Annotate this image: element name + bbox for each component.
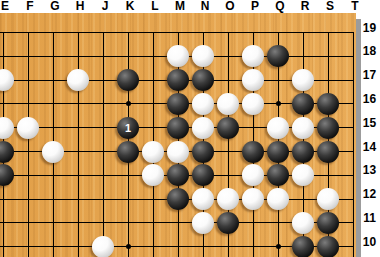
stone-white-N12[interactable] bbox=[192, 188, 214, 210]
row-label-10: 10 bbox=[359, 235, 380, 249]
row-label-15: 15 bbox=[359, 116, 380, 130]
stone-black-S10[interactable] bbox=[317, 236, 339, 257]
stone-white-P17[interactable] bbox=[242, 69, 264, 91]
stone-white-F15[interactable] bbox=[17, 117, 39, 139]
column-label-H: H bbox=[72, 0, 88, 13]
column-label-P: P bbox=[247, 0, 263, 13]
stone-black-K17[interactable] bbox=[117, 69, 139, 91]
stone-white-G14[interactable] bbox=[42, 141, 64, 163]
row-label-17: 17 bbox=[359, 68, 380, 82]
stone-black-R14[interactable] bbox=[292, 141, 314, 163]
column-label-J: J bbox=[97, 0, 113, 13]
stone-white-Q15[interactable] bbox=[267, 117, 289, 139]
row-label-11: 11 bbox=[359, 211, 380, 225]
stone-black-N17[interactable] bbox=[192, 69, 214, 91]
stone-black-M12[interactable] bbox=[167, 188, 189, 210]
star-point bbox=[276, 244, 281, 249]
go-board-screenshot: EFGHJKLMNOPQRST 19181716151413121110 1 bbox=[0, 0, 380, 257]
column-label-F: F bbox=[22, 0, 38, 13]
star-point bbox=[276, 101, 281, 106]
column-label-L: L bbox=[147, 0, 163, 13]
stone-black-S11[interactable] bbox=[317, 212, 339, 234]
column-label-S: S bbox=[322, 0, 338, 13]
stone-white-N16[interactable] bbox=[192, 93, 214, 115]
stone-white-J10[interactable] bbox=[92, 236, 114, 257]
row-label-12: 12 bbox=[359, 187, 380, 201]
column-label-M: M bbox=[172, 0, 188, 13]
stone-white-R15[interactable] bbox=[292, 117, 314, 139]
stone-white-L14[interactable] bbox=[142, 141, 164, 163]
column-label-N: N bbox=[197, 0, 213, 13]
stone-black-O11[interactable] bbox=[217, 212, 239, 234]
stone-black-R16[interactable] bbox=[292, 93, 314, 115]
column-label-K: K bbox=[122, 0, 138, 13]
star-point bbox=[126, 244, 131, 249]
stone-black-K14[interactable] bbox=[117, 141, 139, 163]
stone-white-P12[interactable] bbox=[242, 188, 264, 210]
star-point bbox=[126, 101, 131, 106]
stone-white-N15[interactable] bbox=[192, 117, 214, 139]
grid-line-horizontal bbox=[0, 32, 354, 33]
column-label-Q: Q bbox=[272, 0, 288, 13]
column-label-T: T bbox=[347, 0, 363, 13]
stone-white-N11[interactable] bbox=[192, 212, 214, 234]
stone-black-M15[interactable] bbox=[167, 117, 189, 139]
stone-white-Q12[interactable] bbox=[267, 188, 289, 210]
stone-black-N14[interactable] bbox=[192, 141, 214, 163]
stone-black-S14[interactable] bbox=[317, 141, 339, 163]
stone-black-S16[interactable] bbox=[317, 93, 339, 115]
column-label-R: R bbox=[297, 0, 313, 13]
stone-black-S15[interactable] bbox=[317, 117, 339, 139]
stone-white-H17[interactable] bbox=[67, 69, 89, 91]
stone-black-O15[interactable] bbox=[217, 117, 239, 139]
stone-white-S12[interactable] bbox=[317, 188, 339, 210]
row-label-13: 13 bbox=[359, 163, 380, 177]
stone-black-M16[interactable] bbox=[167, 93, 189, 115]
row-label-18: 18 bbox=[359, 44, 380, 58]
stone-white-O12[interactable] bbox=[217, 188, 239, 210]
column-label-E: E bbox=[0, 0, 13, 13]
move-number-label: 1 bbox=[117, 117, 139, 139]
stone-black-Q14[interactable] bbox=[267, 141, 289, 163]
row-label-16: 16 bbox=[359, 92, 380, 106]
column-label-G: G bbox=[47, 0, 63, 13]
stone-black-K15[interactable]: 1 bbox=[117, 117, 139, 139]
row-label-14: 14 bbox=[359, 140, 380, 154]
stone-black-P14[interactable] bbox=[242, 141, 264, 163]
stone-black-R10[interactable] bbox=[292, 236, 314, 257]
stone-white-R17[interactable] bbox=[292, 69, 314, 91]
column-label-O: O bbox=[222, 0, 238, 13]
stone-black-M17[interactable] bbox=[167, 69, 189, 91]
stone-white-R11[interactable] bbox=[292, 212, 314, 234]
stone-white-P16[interactable] bbox=[242, 93, 264, 115]
stone-white-O16[interactable] bbox=[217, 93, 239, 115]
row-label-19: 19 bbox=[359, 21, 380, 35]
stone-white-M14[interactable] bbox=[167, 141, 189, 163]
